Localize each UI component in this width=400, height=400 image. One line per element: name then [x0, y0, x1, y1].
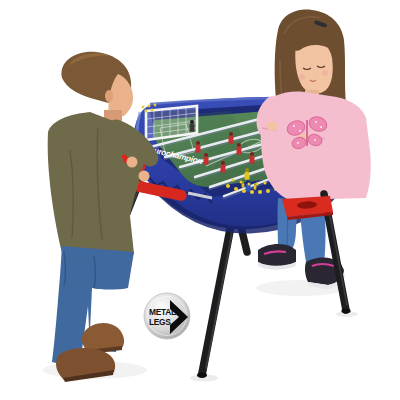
- leg-foot-cap-right: [341, 309, 350, 314]
- score-dot: [250, 190, 254, 194]
- foosball-player-red: [237, 143, 242, 155]
- metal-legs-badge: METAL LEGS: [144, 293, 190, 339]
- score-dot: [234, 187, 238, 191]
- girl-hand-left: [267, 121, 277, 131]
- foosball-player-yellow: [245, 168, 250, 180]
- score-dot: [154, 104, 157, 107]
- boy-hand-left: [127, 157, 138, 168]
- score-dot: [256, 183, 259, 186]
- score-dot: [142, 106, 145, 109]
- product-photo: eurochampion: [0, 0, 400, 400]
- girl-player: [258, 10, 371, 289]
- score-dot: [232, 179, 235, 182]
- foosball-player-red: [250, 152, 255, 164]
- boy-ear: [105, 90, 113, 102]
- score-dot: [264, 182, 267, 185]
- foosball-player-red: [221, 161, 226, 173]
- badge-text-legs: LEGS: [149, 317, 171, 327]
- score-dot: [151, 109, 154, 112]
- score-dot: [242, 189, 246, 193]
- girl-cheek-left: [299, 74, 305, 80]
- girl-cheek-right: [322, 70, 328, 76]
- metal-leg-front-center-highlight: [206, 222, 234, 368]
- foosball-player-red: [229, 132, 234, 144]
- score-dot: [226, 184, 230, 188]
- badge-text-metal: METAL: [149, 307, 176, 317]
- metal-leg-front-center: [202, 220, 232, 374]
- goal-net: [146, 106, 197, 140]
- girl-sneaker-left: [258, 244, 296, 267]
- score-dot: [248, 183, 251, 186]
- score-dot: [258, 190, 262, 194]
- score-dot: [240, 181, 243, 184]
- foosball-player-keeper: [190, 120, 195, 132]
- boy-player: [48, 52, 150, 382]
- foosball-player-blue: [246, 180, 251, 192]
- foosball-player-red: [196, 141, 201, 153]
- score-dot: [148, 105, 151, 108]
- foosball-player-red: [204, 153, 209, 165]
- score-dot: [266, 189, 270, 193]
- score-dot: [145, 110, 148, 113]
- leg-foot-cap-center: [197, 372, 207, 377]
- boy-hand-right: [139, 171, 150, 182]
